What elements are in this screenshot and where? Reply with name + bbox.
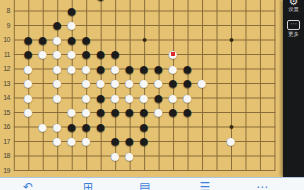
board-point[interactable]: ● [35,47,49,62]
board-point[interactable]: ● [64,134,78,149]
go-board[interactable]: 78910111213141516171819 ●●●●●●●●●●●●●●●●… [0,0,283,177]
board-point[interactable] [209,18,223,33]
board-point[interactable] [108,3,122,18]
board-point[interactable] [180,148,194,163]
board-point[interactable] [7,105,21,120]
board-point[interactable] [137,148,151,163]
board-point[interactable] [238,18,252,33]
board-point[interactable] [224,163,238,177]
board-point[interactable] [166,3,180,18]
board-point[interactable]: ● [224,134,238,149]
settings-label: 设置 [284,6,303,12]
board-point[interactable] [267,105,281,120]
board-point[interactable] [7,76,21,91]
board-point[interactable] [209,47,223,62]
board-point[interactable]: ● [122,105,136,120]
board-point[interactable] [209,32,223,47]
board-point[interactable] [209,134,223,149]
board-point[interactable] [238,47,252,62]
board-point[interactable] [267,3,281,18]
board-point[interactable] [224,76,238,91]
sidebar: ⚙ 设置 ⋯ 更多 [283,0,304,177]
board-point[interactable] [122,163,136,177]
bottom-toolbar: ↶⊞▤☰⋯ [0,177,304,190]
board-point[interactable] [166,148,180,163]
board-point[interactable] [35,148,49,163]
board-point[interactable]: ● [79,134,93,149]
board-point[interactable]: ● [93,119,107,134]
board-point[interactable] [224,148,238,163]
board-point[interactable] [166,18,180,33]
board-point[interactable]: ● [50,90,64,105]
toolbar-icon-4[interactable]: ☰ [197,180,213,190]
board-point[interactable] [7,90,21,105]
board-point[interactable] [180,134,194,149]
board-point[interactable] [64,148,78,163]
board-point[interactable] [224,61,238,76]
board-point[interactable] [93,134,107,149]
board-point[interactable] [7,32,21,47]
board-grid[interactable]: ●●●●●●●●●●●●●●●●●●●●●●●●●●●●●●●●●●●●●●●●… [7,0,282,177]
board-point[interactable] [238,163,252,177]
board-point[interactable] [166,163,180,177]
board-point[interactable] [253,90,267,105]
board-point[interactable]: ● [137,134,151,149]
board-point[interactable] [267,134,281,149]
board-point[interactable] [108,18,122,33]
board-point[interactable] [64,163,78,177]
settings-button[interactable]: ⚙ 设置 [283,0,304,13]
board-point[interactable] [253,61,267,76]
board-point[interactable] [238,148,252,163]
board-point[interactable] [122,32,136,47]
board-point[interactable] [180,3,194,18]
board-point[interactable] [7,47,21,62]
board-point[interactable] [267,148,281,163]
board-point[interactable]: ● [64,61,78,76]
board-point[interactable] [21,134,35,149]
board-point[interactable] [137,32,151,47]
board-point[interactable] [238,105,252,120]
toolbar-icon-2[interactable]: ⊞ [80,180,96,190]
board-point[interactable] [35,76,49,91]
board-point[interactable] [7,61,21,76]
board-point[interactable] [7,163,21,177]
board-point[interactable] [7,134,21,149]
gear-icon: ⚙ [283,0,304,6]
board-point[interactable] [253,18,267,33]
more-label: 更多 [284,31,303,37]
board-point[interactable] [224,18,238,33]
board-point[interactable] [195,163,209,177]
board-point[interactable] [108,163,122,177]
board-point[interactable]: ● [195,76,209,91]
board-point[interactable] [166,134,180,149]
board-point[interactable] [209,148,223,163]
board-point[interactable] [238,61,252,76]
board-point[interactable]: ● [35,119,49,134]
board-point[interactable] [209,119,223,134]
board-point[interactable] [195,18,209,33]
board-point[interactable] [253,119,267,134]
board-point[interactable] [253,163,267,177]
board-point[interactable] [166,119,180,134]
board-point[interactable] [224,47,238,62]
board-point[interactable] [224,105,238,120]
board-point[interactable] [209,3,223,18]
board-point[interactable] [238,32,252,47]
board-point[interactable] [93,163,107,177]
board-point[interactable] [238,90,252,105]
board-point[interactable] [267,47,281,62]
board-point[interactable] [267,18,281,33]
board-point[interactable]: ● [21,105,35,120]
board-point[interactable] [238,134,252,149]
board-point[interactable] [180,32,194,47]
toolbar-icon-3[interactable]: ▤ [137,180,153,190]
board-point[interactable] [238,76,252,91]
board-point[interactable] [253,105,267,120]
board-point[interactable] [209,61,223,76]
board-point[interactable] [21,119,35,134]
board-point[interactable] [151,148,165,163]
board-point[interactable] [137,3,151,18]
board-point[interactable] [35,3,49,18]
board-point[interactable] [209,163,223,177]
board-point[interactable] [267,61,281,76]
board-point[interactable] [7,148,21,163]
board-point[interactable]: ● [166,105,180,120]
board-point[interactable] [224,3,238,18]
board-point[interactable] [7,119,21,134]
board-point[interactable] [224,90,238,105]
board-point[interactable] [253,76,267,91]
toolbar-icon-5[interactable]: ⋯ [254,180,270,190]
board-point[interactable]: ● [180,105,194,120]
board-point[interactable] [137,18,151,33]
board-point[interactable] [21,163,35,177]
board-point[interactable] [35,163,49,177]
board-point[interactable] [35,134,49,149]
board-point[interactable] [195,90,209,105]
board-point[interactable] [93,148,107,163]
board-point[interactable] [7,18,21,33]
board-point[interactable] [50,148,64,163]
board-point[interactable]: ● [108,105,122,120]
board-point[interactable] [79,3,93,18]
go-app-screen: 78910111213141516171819 ●●●●●●●●●●●●●●●●… [0,0,304,190]
board-point[interactable] [195,3,209,18]
board-point[interactable] [35,90,49,105]
board-point[interactable] [224,32,238,47]
toolbar-icon-1[interactable]: ↶ [20,180,36,190]
board-point[interactable] [64,76,78,91]
board-point[interactable] [151,18,165,33]
board-point[interactable] [267,163,281,177]
board-point[interactable] [21,148,35,163]
board-point[interactable] [79,148,93,163]
board-point[interactable] [50,163,64,177]
board-point[interactable] [151,32,165,47]
board-point[interactable]: ● [108,148,122,163]
last-move-marker [171,52,175,56]
board-point[interactable] [195,148,209,163]
board-point[interactable] [180,119,194,134]
more-icon: ⋯ [287,20,300,30]
board-point[interactable] [195,119,209,134]
board-point[interactable] [122,3,136,18]
board-point[interactable] [93,3,107,18]
board-point[interactable] [267,76,281,91]
board-point[interactable] [79,163,93,177]
board-point[interactable] [180,18,194,33]
board-point[interactable] [267,32,281,47]
board-point[interactable] [209,105,223,120]
board-point[interactable] [35,61,49,76]
board-point[interactable] [195,32,209,47]
board-point[interactable] [93,18,107,33]
board-point[interactable] [151,119,165,134]
board-point[interactable] [122,18,136,33]
board-point[interactable] [7,3,21,18]
board-point[interactable]: ● [122,148,136,163]
board-point[interactable]: ● [50,134,64,149]
board-point[interactable] [137,163,151,177]
board-point[interactable] [253,32,267,47]
board-point[interactable] [238,119,252,134]
board-point[interactable] [253,3,267,18]
board-point[interactable] [209,76,223,91]
more-button[interactable]: ⋯ 更多 [283,19,304,38]
board-point[interactable] [238,3,252,18]
board-point[interactable] [195,134,209,149]
board-point[interactable] [195,105,209,120]
board-point[interactable] [151,134,165,149]
board-point[interactable] [253,47,267,62]
board-point[interactable] [195,47,209,62]
board-point[interactable] [21,3,35,18]
board-point[interactable] [209,90,223,105]
board-point[interactable] [253,148,267,163]
board-point[interactable]: ● [151,105,165,120]
board-point[interactable] [151,163,165,177]
board-point[interactable] [267,90,281,105]
board-point[interactable] [180,163,194,177]
board-point[interactable] [267,119,281,134]
board-point[interactable] [151,3,165,18]
board-point[interactable] [253,134,267,149]
